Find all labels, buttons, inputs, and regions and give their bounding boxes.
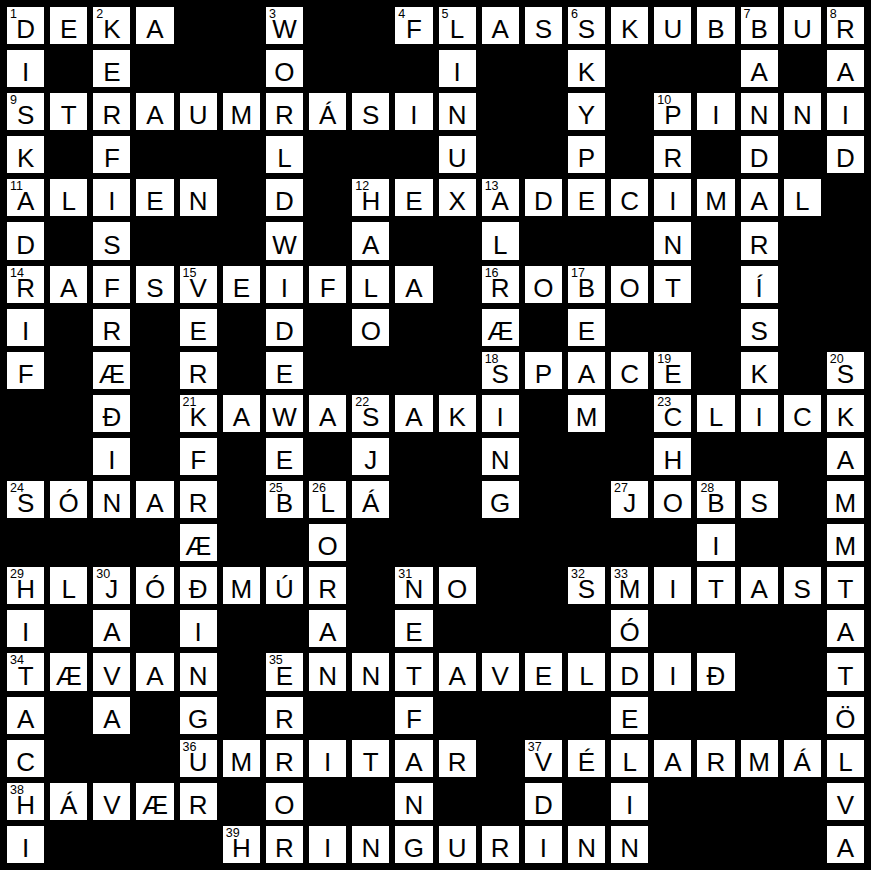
cell-r19c4[interactable]: Æ (136, 783, 173, 820)
cell-r20c13[interactable]: I (525, 826, 562, 863)
cell-r16c2[interactable]: Æ (50, 653, 87, 690)
cell-r16c16[interactable]: I (654, 653, 691, 690)
cell-letter: Æ (185, 533, 211, 559)
cell-letter: Y (578, 102, 595, 128)
black-cell-r1c9 (352, 7, 389, 44)
cell-r12c15[interactable]: 27J (611, 481, 648, 518)
cell-r18c11[interactable]: R (439, 740, 476, 777)
cell-letter: K (103, 16, 120, 42)
cell-letter: U (189, 102, 208, 128)
cell-r18c18[interactable]: M (741, 740, 778, 777)
cell-r18c15[interactable]: L (611, 740, 648, 777)
cell-letter: Æ (99, 361, 125, 387)
cell-letter: J (364, 447, 377, 473)
cell-r5c16[interactable]: I (654, 179, 691, 216)
cell-r7c4[interactable]: S (136, 266, 173, 303)
cell-r12c20[interactable]: M (827, 481, 864, 518)
cell-r7c14[interactable]: 17B (568, 266, 605, 303)
cell-letter: M (576, 404, 598, 430)
cell-r1c12[interactable]: A (482, 7, 519, 44)
cell-r20c12[interactable]: R (482, 826, 519, 863)
cell-r1c16[interactable]: U (654, 7, 691, 44)
cell-r2c11[interactable]: I (439, 50, 476, 87)
black-cell-r20c4 (136, 826, 173, 863)
cell-r1c20[interactable]: 8R (827, 7, 864, 44)
cell-r16c12[interactable]: V (482, 653, 519, 690)
cell-r4c14[interactable]: P (568, 136, 605, 173)
cell-r13c17[interactable]: I (697, 524, 734, 561)
cell-r14c20[interactable]: T (827, 567, 864, 604)
black-cell-r17c9 (352, 697, 389, 734)
cell-r20c9[interactable]: N (352, 826, 389, 863)
cell-r11c3[interactable]: I (93, 438, 130, 475)
cell-r4c16[interactable]: R (654, 136, 691, 173)
cell-r2c18[interactable]: A (741, 50, 778, 87)
cell-r5c18[interactable]: A (741, 179, 778, 216)
cell-r9c7[interactable]: E (266, 352, 303, 389)
cell-r13c8[interactable]: O (309, 524, 346, 561)
cell-r2c20[interactable]: A (827, 50, 864, 87)
cell-r11c16[interactable]: H (654, 438, 691, 475)
cell-r6c1[interactable]: D (7, 222, 44, 259)
cell-r8c7[interactable]: D (266, 309, 303, 346)
cell-r8c1[interactable]: I (7, 309, 44, 346)
cell-r14c15[interactable]: 33M (611, 567, 648, 604)
cell-r12c5[interactable]: R (180, 481, 217, 518)
cell-r10c17[interactable]: L (697, 395, 734, 432)
cell-letter: I (669, 188, 676, 214)
cell-r11c20[interactable]: A (827, 438, 864, 475)
cell-letter: G (404, 835, 424, 861)
cell-r4c11[interactable]: U (439, 136, 476, 173)
clue-number: 9 (10, 94, 17, 107)
cell-r10c20[interactable]: K (827, 395, 864, 432)
cell-r3c18[interactable]: N (741, 93, 778, 130)
cell-r20c11[interactable]: U (439, 826, 476, 863)
cell-r9c3[interactable]: Æ (93, 352, 130, 389)
cell-r1c2[interactable]: E (50, 7, 87, 44)
cell-r12c2[interactable]: Ó (50, 481, 87, 518)
black-cell-r9c9 (352, 352, 389, 389)
cell-r12c12[interactable]: G (482, 481, 519, 518)
cell-r18c13[interactable]: 37V (525, 740, 562, 777)
cell-r5c9[interactable]: 12H (352, 179, 389, 216)
cell-r1c3[interactable]: 2K (93, 7, 130, 44)
cell-r19c7[interactable]: O (266, 783, 303, 820)
cell-r7c10[interactable]: A (395, 266, 432, 303)
cell-r5c7[interactable]: D (266, 179, 303, 216)
cell-r9c12[interactable]: 18S (482, 352, 519, 389)
black-cell-r11c13 (525, 438, 562, 475)
black-cell-r2c8 (309, 50, 346, 87)
cell-r18c7[interactable]: R (266, 740, 303, 777)
cell-letter: O (361, 318, 381, 344)
crossword-grid: 1DE2KA3W4F5LAS6SKUB7BU8RIEOIKAA9STRAUMRÁ… (0, 0, 871, 870)
cell-r3c6[interactable]: M (223, 93, 260, 130)
cell-letter: Á (319, 102, 336, 128)
cell-r7c7[interactable]: I (266, 266, 303, 303)
cell-r17c1[interactable]: A (7, 697, 44, 734)
cell-letter: A (664, 749, 681, 775)
clue-number: 19 (657, 353, 671, 366)
cell-r1c17[interactable]: B (697, 7, 734, 44)
cell-r15c10[interactable]: E (395, 610, 432, 647)
cell-r19c3[interactable]: V (93, 783, 130, 820)
cell-r12c18[interactable]: S (741, 481, 778, 518)
cell-r5c19[interactable]: L (784, 179, 821, 216)
cell-r7c18[interactable]: Í (741, 266, 778, 303)
cell-r20c8[interactable]: I (309, 826, 346, 863)
cell-r18c17[interactable]: R (697, 740, 734, 777)
cell-r10c14[interactable]: M (568, 395, 605, 432)
cell-r1c7[interactable]: 3W (266, 7, 303, 44)
cell-r15c15[interactable]: Ó (611, 610, 648, 647)
cell-r1c13[interactable]: S (525, 7, 562, 44)
cell-r18c16[interactable]: A (654, 740, 691, 777)
cell-r20c15[interactable]: N (611, 826, 648, 863)
cell-r19c1[interactable]: 38H (7, 783, 44, 820)
cell-r7c3[interactable]: F (93, 266, 130, 303)
black-cell-r2c13 (525, 50, 562, 87)
cell-r18c6[interactable]: M (223, 740, 260, 777)
black-cell-r20c5 (180, 826, 217, 863)
cell-r20c6[interactable]: 39H (223, 826, 260, 863)
cell-r10c3[interactable]: Ð (93, 395, 130, 432)
cell-r16c17[interactable]: Ð (697, 653, 734, 690)
cell-r3c1[interactable]: 9S (7, 93, 44, 130)
cell-letter: N (491, 447, 510, 473)
cell-r4c18[interactable]: D (741, 136, 778, 173)
clue-number: 7 (744, 8, 751, 21)
cell-letter: Æ (487, 318, 513, 344)
cell-r17c3[interactable]: A (93, 697, 130, 734)
cell-r1c19[interactable]: U (784, 7, 821, 44)
cell-r14c2[interactable]: L (50, 567, 87, 604)
cell-r13c20[interactable]: M (827, 524, 864, 561)
cell-r3c9[interactable]: S (352, 93, 389, 130)
cell-r18c14[interactable]: É (568, 740, 605, 777)
cell-r10c5[interactable]: 21K (180, 395, 217, 432)
cell-r2c14[interactable]: K (568, 50, 605, 87)
cell-r14c3[interactable]: 30J (93, 567, 130, 604)
cell-r16c7[interactable]: 35E (266, 653, 303, 690)
clue-number: 10 (657, 94, 671, 107)
cell-r18c8[interactable]: I (309, 740, 346, 777)
cell-r17c7[interactable]: R (266, 697, 303, 734)
cell-r1c1[interactable]: 1D (7, 7, 44, 44)
cell-r14c7[interactable]: Ú (266, 567, 303, 604)
cell-letter: F (104, 145, 120, 171)
cell-r14c19[interactable]: S (784, 567, 821, 604)
cell-r15c5[interactable]: I (180, 610, 217, 647)
cell-r9c18[interactable]: K (741, 352, 778, 389)
cell-r5c11[interactable]: X (439, 179, 476, 216)
cell-letter: E (621, 706, 638, 732)
cell-r14c17[interactable]: T (697, 567, 734, 604)
cell-r14c4[interactable]: Ó (136, 567, 173, 604)
cell-r1c14[interactable]: 6S (568, 7, 605, 44)
cell-r3c3[interactable]: R (93, 93, 130, 130)
cell-r10c19[interactable]: C (784, 395, 821, 432)
cell-r15c1[interactable]: I (7, 610, 44, 647)
cell-r12c17[interactable]: 28B (697, 481, 734, 518)
cell-r18c10[interactable]: A (395, 740, 432, 777)
cell-r18c5[interactable]: 36U (180, 740, 217, 777)
cell-r5c15[interactable]: C (611, 179, 648, 216)
cell-r19c10[interactable]: N (395, 783, 432, 820)
cell-r10c16[interactable]: 23C (654, 395, 691, 432)
cell-r5c10[interactable]: E (395, 179, 432, 216)
clue-number: 31 (398, 568, 412, 581)
black-cell-r9c6 (223, 352, 260, 389)
cell-r7c13[interactable]: O (525, 266, 562, 303)
cell-r5c2[interactable]: L (50, 179, 87, 216)
cell-r8c12[interactable]: Æ (482, 309, 519, 346)
cell-r11c9[interactable]: J (352, 438, 389, 475)
cell-letter: N (577, 835, 596, 861)
cell-r14c6[interactable]: M (223, 567, 260, 604)
black-cell-r2c15 (611, 50, 648, 87)
cell-r16c3[interactable]: V (93, 653, 130, 690)
cell-r1c18[interactable]: 7B (741, 7, 778, 44)
cell-r16c1[interactable]: 34T (7, 653, 44, 690)
cell-r16c4[interactable]: A (136, 653, 173, 690)
cell-r7c2[interactable]: A (50, 266, 87, 303)
cell-r13c5[interactable]: Æ (180, 524, 217, 561)
cell-r11c7[interactable]: E (266, 438, 303, 475)
cell-r20c1[interactable]: I (7, 826, 44, 863)
cell-r16c11[interactable]: A (439, 653, 476, 690)
cell-letter: S (535, 16, 552, 42)
black-cell-r11c14 (568, 438, 605, 475)
cell-r5c12[interactable]: 13A (482, 179, 519, 216)
cell-r20c20[interactable]: A (827, 826, 864, 863)
cell-r6c12[interactable]: L (482, 222, 519, 259)
black-cell-r3c13 (525, 93, 562, 130)
cell-r14c8[interactable]: R (309, 567, 346, 604)
cell-r8c3[interactable]: R (93, 309, 130, 346)
cell-r3c11[interactable]: N (439, 93, 476, 130)
black-cell-r16c18 (741, 653, 778, 690)
cell-r3c4[interactable]: A (136, 93, 173, 130)
black-cell-r8c15 (611, 309, 648, 346)
cell-r12c9[interactable]: Á (352, 481, 389, 518)
cell-r15c20[interactable]: A (827, 610, 864, 647)
clue-number: 13 (485, 180, 499, 193)
cell-r7c8[interactable]: F (309, 266, 346, 303)
cell-r3c7[interactable]: R (266, 93, 303, 130)
cell-r9c1[interactable]: F (7, 352, 44, 389)
cell-letter: I (324, 835, 331, 861)
cell-letter: A (146, 16, 163, 42)
clue-number: 38 (10, 784, 24, 797)
black-cell-r5c20 (827, 179, 864, 216)
cell-r9c16[interactable]: 19E (654, 352, 691, 389)
cell-letter: M (230, 102, 252, 128)
cell-r3c17[interactable]: I (697, 93, 734, 130)
cell-r12c16[interactable]: O (654, 481, 691, 518)
cell-r5c14[interactable]: E (568, 179, 605, 216)
cell-r1c10[interactable]: 4F (395, 7, 432, 44)
cell-r4c20[interactable]: D (827, 136, 864, 173)
cell-r9c14[interactable]: A (568, 352, 605, 389)
black-cell-r4c19 (784, 136, 821, 173)
cell-r14c10[interactable]: 31N (395, 567, 432, 604)
cell-r9c20[interactable]: 20S (827, 352, 864, 389)
cell-letter: R (189, 361, 208, 387)
cell-r10c10[interactable]: A (395, 395, 432, 432)
cell-r7c12[interactable]: 16R (482, 266, 519, 303)
cell-r16c10[interactable]: T (395, 653, 432, 690)
cell-r17c10[interactable]: F (395, 697, 432, 734)
cell-r15c3[interactable]: A (93, 610, 130, 647)
cell-r12c8[interactable]: 26L (309, 481, 346, 518)
cell-r10c8[interactable]: A (309, 395, 346, 432)
cell-letter: W (272, 404, 297, 430)
cell-r16c15[interactable]: D (611, 653, 648, 690)
clue-number: 35 (269, 654, 283, 667)
black-cell-r13c2 (50, 524, 87, 561)
cell-r18c9[interactable]: T (352, 740, 389, 777)
cell-r4c7[interactable]: L (266, 136, 303, 173)
cell-r3c19[interactable]: N (784, 93, 821, 130)
cell-r19c5[interactable]: R (180, 783, 217, 820)
cell-r14c11[interactable]: O (439, 567, 476, 604)
cell-r20c10[interactable]: G (395, 826, 432, 863)
cell-r1c11[interactable]: 5L (439, 7, 476, 44)
clue-number: 36 (183, 741, 197, 754)
cell-r19c15[interactable]: I (611, 783, 648, 820)
cell-r11c12[interactable]: N (482, 438, 519, 475)
cell-r17c5[interactable]: G (180, 697, 217, 734)
cell-r20c14[interactable]: N (568, 826, 605, 863)
cell-letter: A (362, 232, 379, 258)
cell-r14c5[interactable]: Ð (180, 567, 217, 604)
cell-r7c5[interactable]: 15V (180, 266, 217, 303)
cell-r16c13[interactable]: E (525, 653, 562, 690)
black-cell-r16c19 (784, 653, 821, 690)
cell-r3c5[interactable]: U (180, 93, 217, 130)
cell-r5c1[interactable]: 11A (7, 179, 44, 216)
cell-r4c1[interactable]: K (7, 136, 44, 173)
cell-r8c14[interactable]: E (568, 309, 605, 346)
cell-r10c18[interactable]: I (741, 395, 778, 432)
cell-r8c9[interactable]: O (352, 309, 389, 346)
cell-r6c7[interactable]: W (266, 222, 303, 259)
cell-r7c16[interactable]: T (654, 266, 691, 303)
cell-r3c2[interactable]: T (50, 93, 87, 130)
cell-letter: O (447, 576, 467, 602)
black-cell-r20c18 (741, 826, 778, 863)
cell-letter: K (448, 404, 465, 430)
cell-r5c3[interactable]: I (93, 179, 130, 216)
black-cell-r4c6 (223, 136, 260, 173)
cell-r12c1[interactable]: 24S (7, 481, 44, 518)
cell-r18c20[interactable]: L (827, 740, 864, 777)
cell-r16c5[interactable]: N (180, 653, 217, 690)
cell-r2c7[interactable]: O (266, 50, 303, 87)
cell-r6c18[interactable]: R (741, 222, 778, 259)
cell-r14c18[interactable]: A (741, 567, 778, 604)
cell-r19c13[interactable]: D (525, 783, 562, 820)
black-cell-r18c4 (136, 740, 173, 777)
cell-r10c6[interactable]: A (223, 395, 260, 432)
cell-r17c20[interactable]: Ö (827, 697, 864, 734)
cell-r14c1[interactable]: 29H (7, 567, 44, 604)
cell-r9c13[interactable]: P (525, 352, 562, 389)
cell-r1c4[interactable]: A (136, 7, 173, 44)
cell-r3c14[interactable]: Y (568, 93, 605, 130)
cell-r3c16[interactable]: 10P (654, 93, 691, 130)
cell-r2c3[interactable]: E (93, 50, 130, 87)
cell-r5c5[interactable]: N (180, 179, 217, 216)
cell-r8c18[interactable]: S (741, 309, 778, 346)
cell-r3c8[interactable]: Á (309, 93, 346, 130)
black-cell-r13c10 (395, 524, 432, 561)
cell-r16c20[interactable]: T (827, 653, 864, 690)
cell-r19c2[interactable]: Á (50, 783, 87, 820)
cell-r19c20[interactable]: V (827, 783, 864, 820)
cell-r10c11[interactable]: K (439, 395, 476, 432)
cell-r2c1[interactable]: I (7, 50, 44, 87)
cell-r11c5[interactable]: F (180, 438, 217, 475)
cell-r3c20[interactable]: I (827, 93, 864, 130)
black-cell-r19c11 (439, 783, 476, 820)
cell-r10c7[interactable]: W (266, 395, 303, 432)
cell-r9c15[interactable]: C (611, 352, 648, 389)
cell-r7c1[interactable]: 14R (7, 266, 44, 303)
cell-r6c9[interactable]: A (352, 222, 389, 259)
cell-r7c6[interactable]: E (223, 266, 260, 303)
cell-r9c5[interactable]: R (180, 352, 217, 389)
cell-letter: E (535, 663, 552, 689)
cell-r12c7[interactable]: 25B (266, 481, 303, 518)
cell-r3c10[interactable]: I (395, 93, 432, 130)
cell-r18c1[interactable]: C (7, 740, 44, 777)
cell-r12c3[interactable]: N (93, 481, 130, 518)
cell-r6c3[interactable]: S (93, 222, 130, 259)
cell-letter: E (146, 188, 163, 214)
cell-letter: N (405, 792, 424, 818)
black-cell-r11c10 (395, 438, 432, 475)
cell-r1c15[interactable]: K (611, 7, 648, 44)
cell-r12c4[interactable]: A (136, 481, 173, 518)
cell-r20c7[interactable]: R (266, 826, 303, 863)
cell-letter: A (750, 576, 767, 602)
cell-r7c9[interactable]: L (352, 266, 389, 303)
cell-r16c9[interactable]: N (352, 653, 389, 690)
cell-r5c17[interactable]: M (697, 179, 734, 216)
cell-r5c4[interactable]: E (136, 179, 173, 216)
cell-r7c15[interactable]: O (611, 266, 648, 303)
cell-r16c8[interactable]: N (309, 653, 346, 690)
cell-r15c8[interactable]: A (309, 610, 346, 647)
cell-r10c9[interactable]: 22S (352, 395, 389, 432)
cell-r14c14[interactable]: 32S (568, 567, 605, 604)
black-cell-r11c17 (697, 438, 734, 475)
cell-r16c14[interactable]: L (568, 653, 605, 690)
cell-r10c12[interactable]: I (482, 395, 519, 432)
cell-r17c15[interactable]: E (611, 697, 648, 734)
cell-r6c16[interactable]: N (654, 222, 691, 259)
cell-r5c13[interactable]: D (525, 179, 562, 216)
black-cell-r13c4 (136, 524, 173, 561)
cell-r14c16[interactable]: I (654, 567, 691, 604)
cell-r8c5[interactable]: E (180, 309, 217, 346)
cell-r4c3[interactable]: F (93, 136, 130, 173)
cell-r18c19[interactable]: Á (784, 740, 821, 777)
black-cell-r13c9 (352, 524, 389, 561)
